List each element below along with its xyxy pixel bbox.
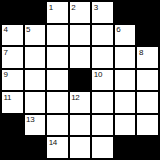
cell-r2-c6[interactable]: 8 (137, 47, 158, 68)
cell-r5-c3[interactable] (70, 115, 91, 136)
cell-r5-c6[interactable] (137, 115, 158, 136)
clue-number-9: 9 (4, 70, 8, 79)
black-cell-r6-c6 (137, 137, 158, 158)
black-cell-r1-c6 (137, 25, 158, 46)
cell-r5-c1[interactable]: 13 (25, 115, 46, 136)
cell-r1-c1[interactable]: 5 (25, 25, 46, 46)
cell-r2-c5[interactable] (115, 47, 136, 68)
crossword-board: 1234567891011121314 (0, 0, 160, 160)
cell-r1-c3[interactable] (70, 25, 91, 46)
cell-r6-c4[interactable] (92, 137, 113, 158)
cell-r2-c4[interactable] (92, 47, 113, 68)
cell-r4-c0[interactable]: 11 (2, 92, 23, 113)
black-cell-r3-c3 (70, 70, 91, 91)
cell-r2-c0[interactable]: 7 (2, 47, 23, 68)
black-cell-r0-c0 (2, 2, 23, 23)
cell-r4-c3[interactable]: 12 (70, 92, 91, 113)
cell-r2-c2[interactable] (47, 47, 68, 68)
cell-r3-c1[interactable] (25, 70, 46, 91)
black-cell-r6-c0 (2, 137, 23, 158)
cell-r4-c1[interactable] (25, 92, 46, 113)
cell-r3-c6[interactable] (137, 70, 158, 91)
cell-r2-c1[interactable] (25, 47, 46, 68)
clue-number-14: 14 (49, 138, 57, 147)
clue-number-1: 1 (49, 3, 53, 12)
clue-number-4: 4 (4, 25, 8, 34)
cell-r3-c5[interactable] (115, 70, 136, 91)
cell-r6-c3[interactable] (70, 137, 91, 158)
black-cell-r0-c6 (137, 2, 158, 23)
black-cell-r5-c0 (2, 115, 23, 136)
black-cell-r6-c1 (25, 137, 46, 158)
cell-r0-c4[interactable]: 3 (92, 2, 113, 23)
black-cell-r6-c5 (115, 137, 136, 158)
cell-r1-c2[interactable] (47, 25, 68, 46)
cell-r6-c2[interactable]: 14 (47, 137, 68, 158)
cell-r4-c4[interactable] (92, 92, 113, 113)
clue-number-6: 6 (116, 25, 120, 34)
cell-r0-c3[interactable]: 2 (70, 2, 91, 23)
clue-number-13: 13 (26, 115, 34, 124)
cell-r4-c2[interactable] (47, 92, 68, 113)
cell-r1-c0[interactable]: 4 (2, 25, 23, 46)
cell-r3-c4[interactable]: 10 (92, 70, 113, 91)
clue-number-12: 12 (71, 93, 79, 102)
cell-r4-c6[interactable] (137, 92, 158, 113)
clue-number-5: 5 (26, 25, 30, 34)
cell-r2-c3[interactable] (70, 47, 91, 68)
clue-number-2: 2 (71, 3, 75, 12)
cell-r5-c4[interactable] (92, 115, 113, 136)
cell-r1-c5[interactable]: 6 (115, 25, 136, 46)
cell-r0-c2[interactable]: 1 (47, 2, 68, 23)
clue-number-11: 11 (4, 93, 12, 102)
cell-r5-c2[interactable] (47, 115, 68, 136)
clue-number-10: 10 (94, 70, 102, 79)
black-cell-r0-c5 (115, 2, 136, 23)
black-cell-r0-c1 (25, 2, 46, 23)
clue-number-3: 3 (94, 3, 98, 12)
cell-r3-c2[interactable] (47, 70, 68, 91)
cell-r3-c0[interactable]: 9 (2, 70, 23, 91)
cell-r1-c4[interactable] (92, 25, 113, 46)
cell-r5-c5[interactable] (115, 115, 136, 136)
clue-number-8: 8 (139, 48, 143, 57)
clue-number-7: 7 (4, 48, 8, 57)
cell-r4-c5[interactable] (115, 92, 136, 113)
